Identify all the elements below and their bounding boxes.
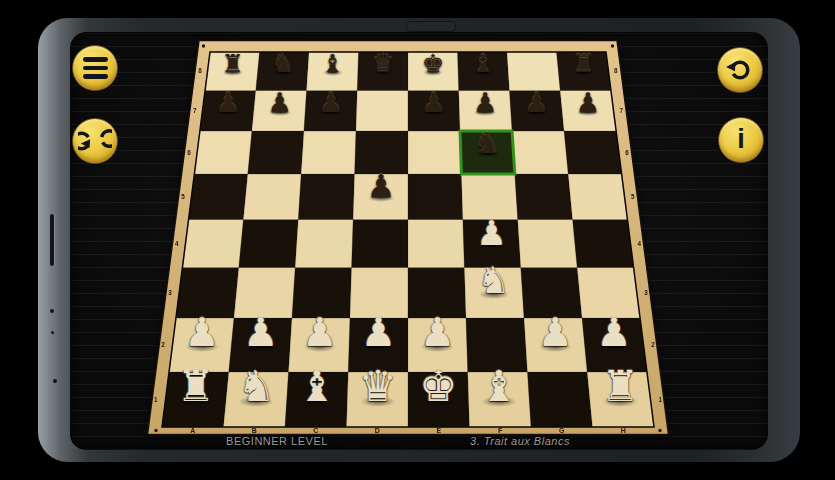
square-g4[interactable] [518, 220, 577, 268]
square-e4[interactable] [408, 220, 464, 268]
square-a6[interactable] [194, 131, 252, 174]
piece-black-pawn-c7[interactable]: ♟ [319, 89, 343, 116]
square-g6[interactable] [512, 131, 568, 174]
piece-white-pawn-e2[interactable]: ♟ [420, 313, 455, 353]
rank-label-left-6: 6 [187, 149, 191, 156]
file-label-E: E [436, 427, 441, 434]
rank-label-right-7: 7 [619, 107, 623, 114]
piece-white-king-e1[interactable]: ♚ [419, 366, 457, 408]
square-h6[interactable] [564, 131, 622, 174]
file-label-D: D [375, 427, 380, 434]
info-button[interactable]: i [718, 117, 764, 163]
menu-button[interactable] [72, 45, 118, 91]
piece-black-bishop-f8[interactable]: ♝ [472, 51, 494, 76]
piece-white-pawn-h2[interactable]: ♟ [596, 313, 631, 353]
square-b4[interactable] [239, 220, 298, 268]
square-d4[interactable] [352, 220, 408, 268]
rank-label-left-5: 5 [181, 193, 185, 200]
rank-label-right-6: 6 [625, 149, 629, 156]
piece-white-pawn-d2[interactable]: ♟ [361, 313, 396, 353]
rank-label-left-8: 8 [198, 67, 202, 74]
chess-board[interactable]: ABCDEFGH1122334455667788 [0, 0, 835, 480]
rank-label-right-3: 3 [644, 289, 648, 296]
flip-board-button[interactable] [72, 118, 118, 164]
piece-black-knight-b8[interactable]: ♞ [271, 51, 293, 76]
square-c4[interactable] [295, 220, 353, 268]
rotate-board-icon [78, 124, 112, 158]
piece-white-bishop-c1[interactable]: ♝ [298, 366, 336, 408]
info-icon: i [737, 126, 745, 153]
square-g8[interactable] [507, 52, 560, 91]
square-e6[interactable] [408, 131, 461, 174]
piece-black-pawn-g7[interactable]: ♟ [524, 89, 548, 116]
piece-black-king-e8[interactable]: ♚ [422, 51, 444, 76]
piece-black-bishop-c8[interactable]: ♝ [322, 51, 344, 76]
square-b5[interactable] [243, 174, 301, 220]
rank-label-left-7: 7 [193, 107, 197, 114]
piece-black-rook-a8[interactable]: ♜ [221, 51, 243, 76]
border-screw-dot [154, 429, 157, 432]
phone-mockup: ABCDEFGH1122334455667788 ♜♞♝♛♚♝♜♟♟♟♟♟♟♟♞… [0, 0, 835, 480]
rank-label-left-1: 1 [154, 396, 158, 403]
piece-white-pawn-b2[interactable]: ♟ [243, 313, 278, 353]
rank-label-left-4: 4 [175, 240, 179, 247]
square-a4[interactable] [182, 220, 243, 268]
piece-white-pawn-c2[interactable]: ♟ [302, 313, 337, 353]
square-g5[interactable] [515, 174, 573, 220]
square-b6[interactable] [248, 131, 304, 174]
border-screw-dot [611, 44, 614, 47]
difficulty-level-label: BEGINNER LEVEL [200, 435, 354, 447]
rank-label-right-1: 1 [659, 396, 663, 403]
file-label-A: A [190, 427, 195, 434]
border-screw-dot [658, 429, 661, 432]
piece-black-pawn-h7[interactable]: ♟ [576, 89, 600, 116]
piece-white-knight-f3[interactable]: ♞ [477, 263, 510, 300]
piece-white-rook-a1[interactable]: ♜ [177, 366, 215, 408]
border-screw-dot [202, 44, 205, 47]
square-c5[interactable] [298, 174, 354, 220]
piece-white-pawn-f4[interactable]: ♟ [476, 216, 507, 250]
file-label-F: F [498, 427, 503, 434]
piece-black-pawn-a7[interactable]: ♟ [216, 89, 240, 116]
rank-label-right-8: 8 [614, 67, 618, 74]
square-e5[interactable] [408, 174, 463, 220]
move-turn-indicator: 3. Trait aux Blancs [430, 435, 610, 447]
undo-button[interactable] [717, 47, 763, 93]
menu-icon [83, 57, 108, 78]
piece-black-pawn-b7[interactable]: ♟ [267, 89, 291, 116]
square-d7[interactable] [356, 91, 408, 132]
square-c6[interactable] [301, 131, 356, 174]
piece-white-bishop-f1[interactable]: ♝ [480, 366, 518, 408]
rank-label-left-2: 2 [161, 341, 165, 348]
file-label-H: H [621, 427, 626, 434]
piece-black-pawn-f7[interactable]: ♟ [473, 89, 497, 116]
rank-label-right-4: 4 [637, 240, 641, 247]
file-label-C: C [313, 427, 318, 434]
piece-white-pawn-a2[interactable]: ♟ [184, 313, 219, 353]
piece-white-rook-h1[interactable]: ♜ [601, 366, 639, 408]
piece-white-knight-b1[interactable]: ♞ [237, 366, 275, 408]
square-h5[interactable] [568, 174, 627, 220]
piece-black-knight-f6[interactable]: ♞ [474, 129, 500, 158]
square-g1[interactable] [527, 372, 592, 427]
rank-label-right-5: 5 [631, 193, 635, 200]
piece-white-queen-d1[interactable]: ♛ [359, 366, 397, 408]
file-label-B: B [252, 427, 257, 434]
piece-black-pawn-e7[interactable]: ♟ [422, 89, 446, 116]
square-h4[interactable] [573, 220, 634, 268]
piece-white-pawn-g2[interactable]: ♟ [537, 313, 572, 353]
square-a5[interactable] [189, 174, 248, 220]
piece-black-queen-d8[interactable]: ♛ [372, 51, 394, 76]
rank-label-left-3: 3 [168, 289, 172, 296]
file-label-G: G [559, 427, 565, 434]
rank-label-right-2: 2 [651, 341, 655, 348]
piece-black-rook-h8[interactable]: ♜ [572, 51, 594, 76]
undo-arrow-icon [723, 53, 757, 87]
piece-black-pawn-d5[interactable]: ♟ [367, 171, 395, 203]
